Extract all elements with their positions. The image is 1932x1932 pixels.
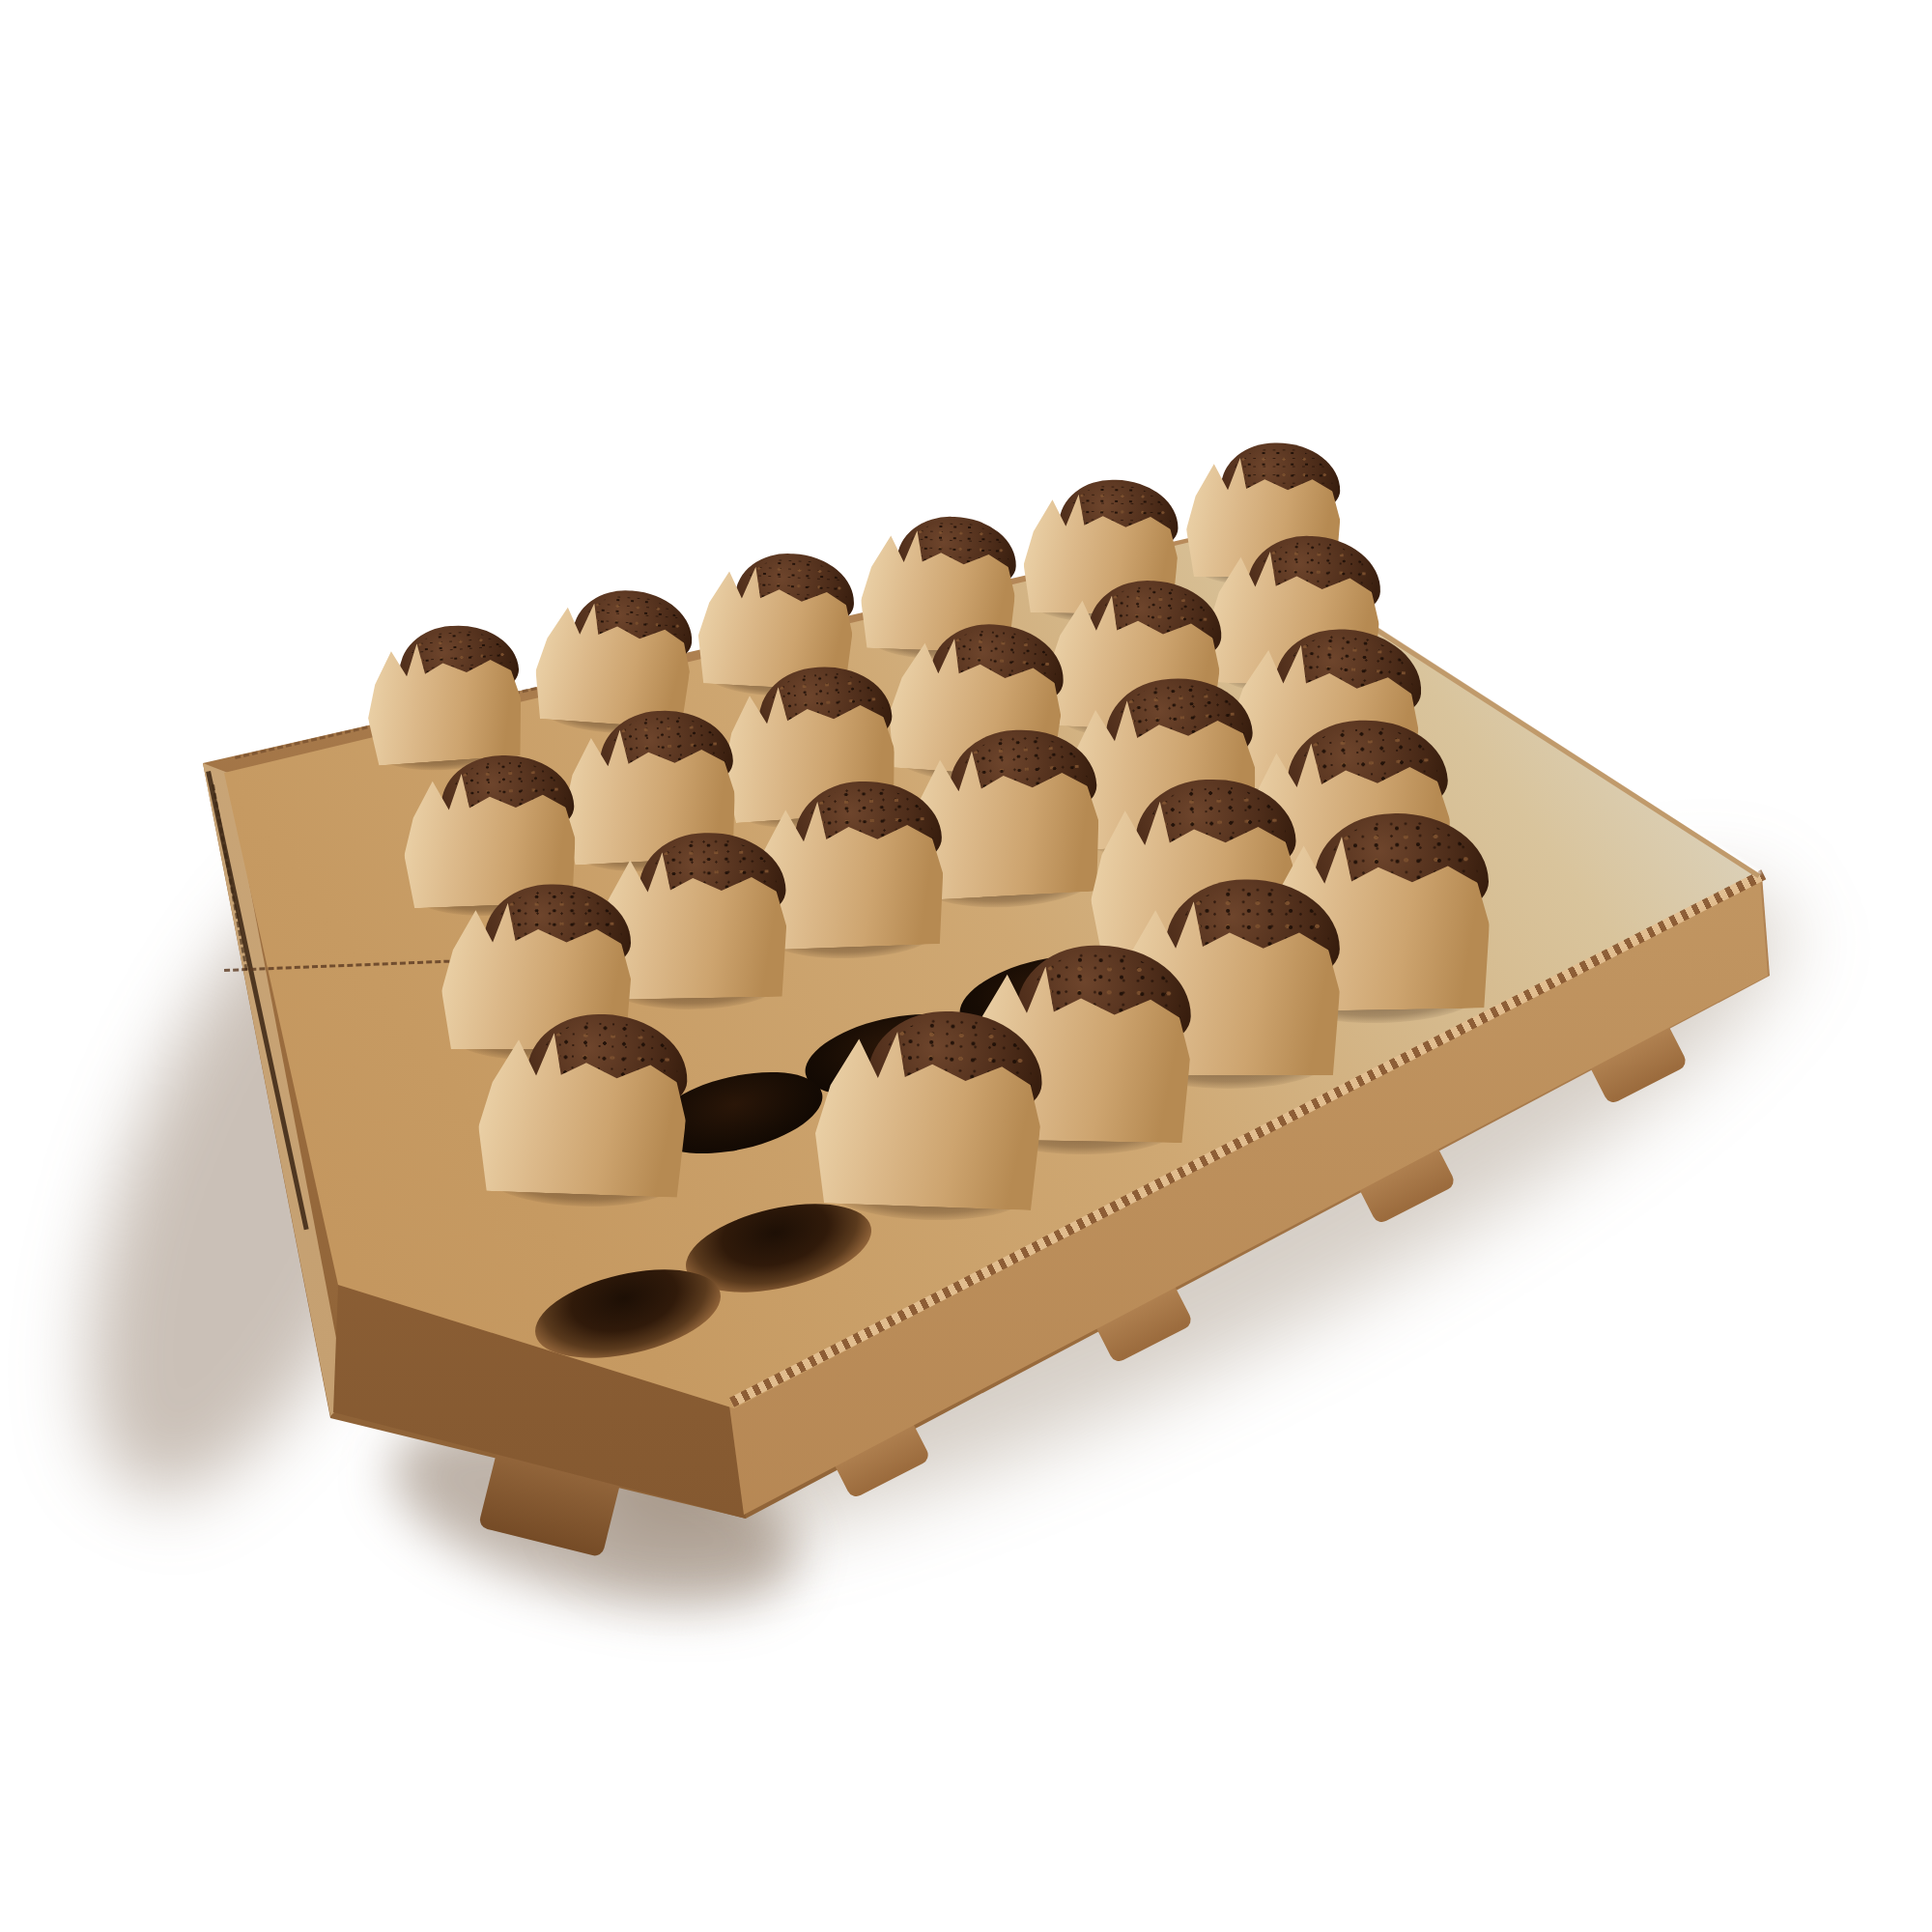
scene [0, 0, 1932, 1932]
empty-hole [533, 1274, 723, 1353]
muffin [812, 1007, 1051, 1224]
muffin [475, 1009, 695, 1209]
muffin [362, 621, 530, 775]
cells-layer [0, 0, 1932, 1932]
